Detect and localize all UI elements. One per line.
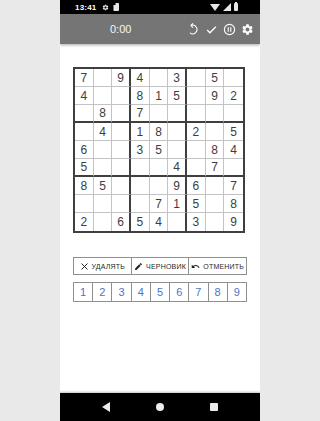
sudoku-cell-r3c2[interactable]: 8 [94, 105, 113, 123]
sudoku-cell-r4c4[interactable]: 1 [131, 123, 150, 141]
toolbar-icons [186, 22, 260, 36]
sudoku-cell-r8c4[interactable] [131, 195, 150, 213]
sudoku-cell-r8c3[interactable] [112, 195, 131, 213]
home-button[interactable] [154, 401, 166, 413]
sudoku-cell-r2c6[interactable]: 5 [168, 87, 187, 105]
sudoku-cell-r4c8[interactable] [206, 123, 225, 141]
sudoku-cell-r2c1[interactable]: 4 [75, 87, 94, 105]
recents-icon [210, 403, 218, 411]
sudoku-cell-r9c2[interactable] [94, 213, 113, 231]
sudoku-cell-r1c3[interactable]: 9 [112, 69, 131, 87]
sudoku-cell-r9c1[interactable]: 2 [75, 213, 94, 231]
sudoku-cell-r5c3[interactable] [112, 141, 131, 159]
draft-button[interactable]: ЧЕРНОВИК [132, 258, 190, 274]
sudoku-cell-r7c5[interactable] [150, 177, 169, 195]
numpad-button-3[interactable]: 3 [112, 283, 131, 301]
action-bar: УДАЛЯТЬ ЧЕРНОВИК ОТМЕНИТЬ [73, 257, 247, 275]
delete-button-label: УДАЛЯТЬ [92, 263, 126, 270]
sudoku-cell-r3c6[interactable] [168, 105, 187, 123]
game-timer: 0:00 [110, 23, 131, 35]
sudoku-cell-r1c7[interactable] [187, 69, 206, 87]
sudoku-cell-r8c6[interactable]: 1 [168, 195, 187, 213]
sudoku-cell-r6c4[interactable] [131, 159, 150, 177]
delete-button[interactable]: УДАЛЯТЬ [74, 258, 132, 274]
sudoku-cell-r9c9[interactable]: 9 [224, 213, 243, 231]
sudoku-cell-r4c7[interactable]: 2 [187, 123, 206, 141]
status-bar-right [210, 3, 260, 11]
numpad-button-9[interactable]: 9 [228, 283, 246, 301]
sudoku-cell-r2c9[interactable]: 2 [224, 87, 243, 105]
sudoku-cell-r6c2[interactable] [94, 159, 113, 177]
check-button[interactable] [204, 22, 218, 36]
cell-signal-icon [223, 3, 231, 11]
numpad-button-5[interactable]: 5 [151, 283, 170, 301]
numpad-button-2[interactable]: 2 [93, 283, 112, 301]
sudoku-cell-r5c5[interactable]: 5 [150, 141, 169, 159]
sudoku-cell-r7c8[interactable] [206, 177, 225, 195]
sudoku-cell-r7c3[interactable] [112, 177, 131, 195]
sudoku-cell-r1c1[interactable]: 7 [75, 69, 94, 87]
sudoku-cell-r4c2[interactable]: 4 [94, 123, 113, 141]
undo-arrow-icon [191, 262, 200, 271]
sudoku-cell-r2c3[interactable] [112, 87, 131, 105]
sudoku-board: 7943548159287418256358454785967715826543… [73, 67, 245, 233]
sudoku-cell-r9c8[interactable] [206, 213, 225, 231]
settings-gear-icon [241, 23, 254, 36]
sudoku-cell-r6c5[interactable] [150, 159, 169, 177]
home-icon [156, 403, 164, 411]
android-nav-bar [60, 393, 260, 421]
sudoku-cell-r8c5[interactable]: 7 [150, 195, 169, 213]
pause-icon [223, 23, 236, 36]
sudoku-cell-r2c5[interactable]: 1 [150, 87, 169, 105]
sudoku-cell-r1c6[interactable]: 3 [168, 69, 187, 87]
restart-button[interactable] [186, 22, 200, 36]
sudoku-cell-r2c2[interactable] [94, 87, 113, 105]
sudoku-cell-r3c1[interactable] [75, 105, 94, 123]
sudoku-cell-r1c2[interactable] [94, 69, 113, 87]
sudoku-cell-r8c8[interactable] [206, 195, 225, 213]
sudoku-cell-r8c1[interactable] [75, 195, 94, 213]
sudoku-cell-r1c5[interactable] [150, 69, 169, 87]
sim-icon [113, 3, 119, 11]
sudoku-cell-r7c2[interactable]: 5 [94, 177, 113, 195]
sudoku-cell-r9c6[interactable] [168, 213, 187, 231]
sudoku-cell-r4c3[interactable] [112, 123, 131, 141]
sudoku-cell-r9c4[interactable]: 5 [131, 213, 150, 231]
sudoku-cell-r1c9[interactable] [224, 69, 243, 87]
sudoku-cell-r2c7[interactable] [187, 87, 206, 105]
sudoku-cell-r4c1[interactable] [75, 123, 94, 141]
delete-x-icon [80, 262, 89, 271]
toolbar: 0:00 [60, 14, 260, 44]
sudoku-cell-r9c3[interactable]: 6 [112, 213, 131, 231]
numpad-button-7[interactable]: 7 [189, 283, 208, 301]
sudoku-cell-r6c8[interactable]: 7 [206, 159, 225, 177]
undo-button[interactable]: ОТМЕНИТЬ [189, 258, 246, 274]
draft-button-label: ЧЕРНОВИК [146, 263, 186, 270]
numpad-button-1[interactable]: 1 [74, 283, 93, 301]
sudoku-cell-r5c7[interactable] [187, 141, 206, 159]
sudoku-cell-r3c5[interactable] [150, 105, 169, 123]
sudoku-cell-r9c7[interactable]: 3 [187, 213, 206, 231]
sudoku-cell-r5c6[interactable] [168, 141, 187, 159]
sudoku-cell-r6c9[interactable] [224, 159, 243, 177]
pause-button[interactable] [222, 22, 236, 36]
sudoku-cell-r5c4[interactable]: 3 [131, 141, 150, 159]
sudoku-cell-r7c6[interactable]: 9 [168, 177, 187, 195]
phone-screen: 13:41 0:00 79435481592 [60, 0, 260, 421]
check-icon [205, 23, 218, 36]
sudoku-cell-r6c7[interactable] [187, 159, 206, 177]
sudoku-cell-r2c4[interactable]: 8 [131, 87, 150, 105]
undo-button-label: ОТМЕНИТЬ [203, 263, 244, 270]
back-icon [102, 402, 110, 412]
status-bar: 13:41 [60, 0, 260, 14]
sudoku-cell-r5c2[interactable] [94, 141, 113, 159]
sudoku-cell-r2c8[interactable]: 9 [206, 87, 225, 105]
sudoku-cell-r8c2[interactable] [94, 195, 113, 213]
sudoku-cell-r3c4[interactable]: 7 [131, 105, 150, 123]
sudoku-cell-r7c9[interactable]: 7 [224, 177, 243, 195]
restart-icon [187, 23, 200, 36]
sudoku-cell-r8c9[interactable]: 8 [224, 195, 243, 213]
recents-button[interactable] [208, 401, 220, 413]
sudoku-cell-r3c8[interactable] [206, 105, 225, 123]
sudoku-cell-r4c9[interactable]: 5 [224, 123, 243, 141]
sudoku-cell-r5c8[interactable]: 8 [206, 141, 225, 159]
sudoku-cell-r9c5[interactable]: 4 [150, 213, 169, 231]
sudoku-cell-r3c9[interactable] [224, 105, 243, 123]
sudoku-cell-r5c9[interactable]: 4 [224, 141, 243, 159]
sudoku-cell-r7c4[interactable] [131, 177, 150, 195]
sudoku-cell-r8c7[interactable]: 5 [187, 195, 206, 213]
sudoku-cell-r4c6[interactable] [168, 123, 187, 141]
sudoku-cell-r5c1[interactable]: 6 [75, 141, 94, 159]
sudoku-cell-r3c7[interactable] [187, 105, 206, 123]
numpad-button-8[interactable]: 8 [209, 283, 228, 301]
pencil-icon [134, 262, 143, 271]
settings-button[interactable] [240, 22, 254, 36]
sudoku-cell-r6c3[interactable] [112, 159, 131, 177]
number-pad: 123456789 [73, 282, 247, 302]
numpad-button-6[interactable]: 6 [170, 283, 189, 301]
sudoku-cell-r7c7[interactable]: 6 [187, 177, 206, 195]
sudoku-cell-r1c8[interactable]: 5 [206, 69, 225, 87]
settings-status-icon [102, 4, 109, 11]
battery-icon [234, 3, 238, 11]
sudoku-cell-r4c5[interactable]: 8 [150, 123, 169, 141]
sudoku-cell-r3c3[interactable] [112, 105, 131, 123]
status-clock: 13:41 [75, 3, 96, 12]
numpad-button-4[interactable]: 4 [132, 283, 151, 301]
sudoku-cell-r6c6[interactable]: 4 [168, 159, 187, 177]
sudoku-cell-r6c1[interactable]: 5 [75, 159, 94, 177]
back-button[interactable] [100, 401, 112, 413]
wifi-icon [210, 4, 220, 11]
sudoku-cell-r7c1[interactable]: 8 [75, 177, 94, 195]
sudoku-cell-r1c4[interactable]: 4 [131, 69, 150, 87]
